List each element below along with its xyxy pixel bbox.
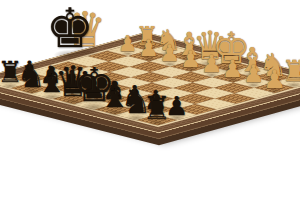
piece-white-pawn[interactable]: ♟ <box>263 67 285 92</box>
piece-black-rook[interactable]: ♜ <box>143 92 172 124</box>
piece-white-pawn[interactable]: ♟ <box>201 52 223 76</box>
piece-white-pawn[interactable]: ♟ <box>222 57 244 81</box>
piece-white-pawn[interactable]: ♟ <box>243 62 265 86</box>
chess-set-photo: ♜♞♝♛♚♝♞♜♟♟♟♟♟♟♟♟♟♟♟♟♟♟♟♟♜♞♝♛♚♝♞♜♚♛ <box>0 0 300 198</box>
piece-white-pawn[interactable]: ♟ <box>138 37 159 60</box>
piece-white-pawn[interactable]: ♟ <box>180 48 201 71</box>
piece-white-pawn[interactable]: ♟ <box>118 33 138 55</box>
piece-white-pawn[interactable]: ♟ <box>159 42 180 65</box>
piece-black-king[interactable]: ♚ <box>46 2 94 56</box>
